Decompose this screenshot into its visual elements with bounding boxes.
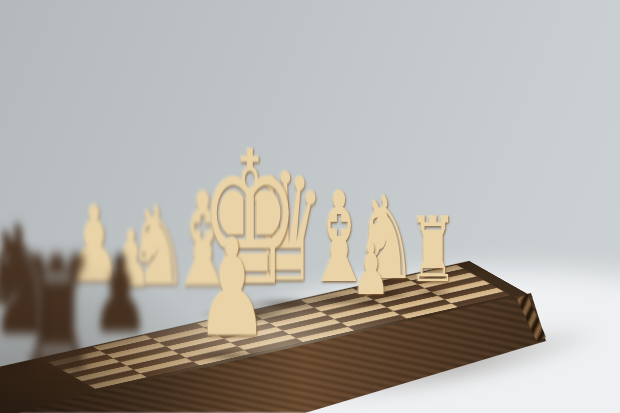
white-pawn-d2: ♟ [196,221,269,356]
black-knight-b8: ♞ [0,206,60,356]
white-rook-a1: ♜ [409,205,457,295]
chess-photo-scene: ♟♟♞♝♛♚♝♞♟♟♜♟♜♞ [0,0,620,413]
pieces-layer: ♟♟♞♝♛♚♝♞♟♟♜♟♜♞ [0,0,620,413]
white-pawn-b2: ♟ [352,235,390,305]
black-pawn-b7: ♟ [92,243,148,348]
